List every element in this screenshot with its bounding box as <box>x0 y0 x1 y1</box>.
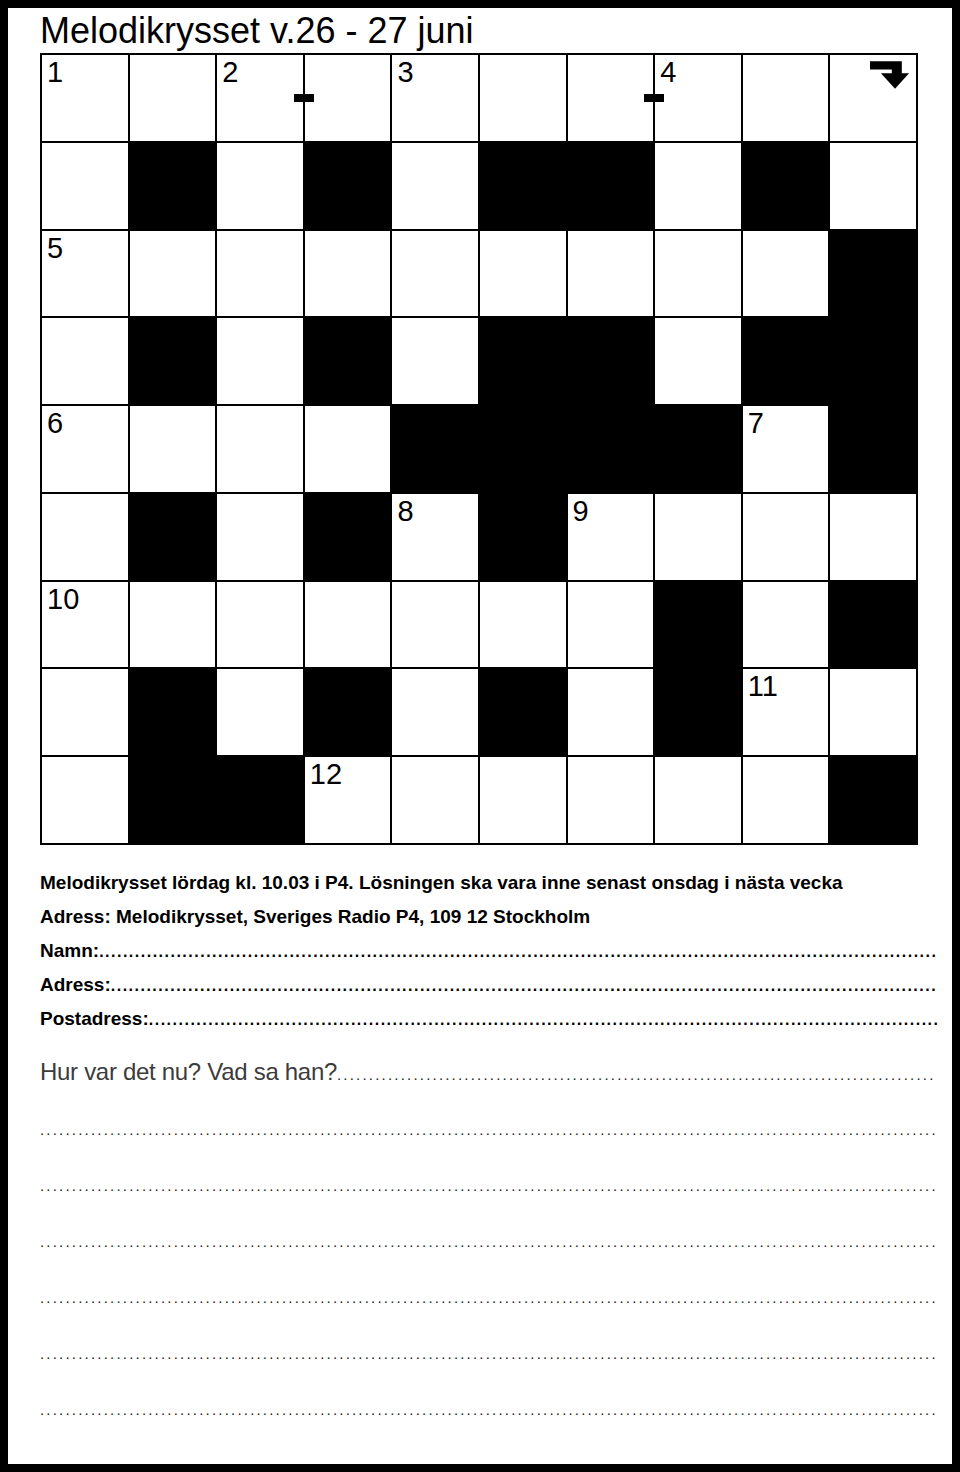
grid-cell[interactable]: 9 <box>568 494 654 580</box>
hyphen-mark <box>294 94 314 102</box>
grid-cell[interactable]: 1 <box>42 55 128 141</box>
grid-cell[interactable] <box>217 669 303 755</box>
grid-cell[interactable] <box>42 669 128 755</box>
info-line-broadcast: Melodikrysset lördag kl. 10.03 i P4. Lös… <box>40 866 938 900</box>
clue-number: 9 <box>573 494 589 528</box>
grid-cell[interactable] <box>392 757 478 843</box>
answer-area[interactable]: ........................................… <box>40 1120 936 1456</box>
black-cell <box>305 318 391 404</box>
grid-cell[interactable] <box>42 143 128 229</box>
corner-down-arrow-icon <box>870 60 910 90</box>
clue-number: 2 <box>222 55 238 89</box>
grid-cell[interactable] <box>392 582 478 668</box>
answer-line[interactable]: ........................................… <box>40 1400 936 1420</box>
page: Melodikrysset v.26 - 27 juni 12345678910… <box>0 0 960 1472</box>
grid-cell[interactable] <box>655 231 741 317</box>
question-label: Hur var det nu? Vad sa han? <box>40 1054 337 1090</box>
grid-cell[interactable] <box>217 406 303 492</box>
black-cell <box>830 582 916 668</box>
black-cell <box>130 669 216 755</box>
black-cell <box>305 669 391 755</box>
grid-cell[interactable] <box>480 55 566 141</box>
black-cell <box>130 757 216 843</box>
grid-cell[interactable]: 3 <box>392 55 478 141</box>
grid-cell[interactable] <box>42 318 128 404</box>
black-cell <box>568 406 654 492</box>
black-cell <box>743 143 829 229</box>
grid-cell[interactable] <box>392 231 478 317</box>
black-cell <box>392 406 478 492</box>
grid-cell[interactable] <box>305 55 391 141</box>
grid-cell[interactable] <box>830 669 916 755</box>
grid-cell[interactable] <box>568 757 654 843</box>
grid-cell[interactable] <box>480 757 566 843</box>
answer-line[interactable]: ........................................… <box>40 1176 936 1196</box>
grid-cell[interactable] <box>743 582 829 668</box>
black-cell <box>305 143 391 229</box>
dotted-line: ........................................… <box>99 935 938 969</box>
grid-cell[interactable] <box>655 143 741 229</box>
black-cell <box>655 406 741 492</box>
grid-cell[interactable] <box>392 318 478 404</box>
black-cell <box>130 143 216 229</box>
grid-cell[interactable] <box>568 231 654 317</box>
answer-line[interactable]: ........................................… <box>40 1344 936 1364</box>
clue-number: 5 <box>47 231 63 265</box>
grid-cell[interactable]: 4 <box>655 55 741 141</box>
grid-cell[interactable] <box>42 757 128 843</box>
clue-number: 11 <box>748 669 778 703</box>
grid-cell[interactable] <box>655 318 741 404</box>
grid-cell[interactable]: 12 <box>305 757 391 843</box>
clue-number: 8 <box>397 494 413 528</box>
footer-info: Melodikrysset lördag kl. 10.03 i P4. Lös… <box>40 866 938 1036</box>
grid-cell[interactable]: 5 <box>42 231 128 317</box>
grid-cell[interactable] <box>568 582 654 668</box>
grid-cell[interactable] <box>830 143 916 229</box>
dotted-line: ........................................… <box>149 1003 938 1037</box>
grid-cell[interactable] <box>42 494 128 580</box>
address-label: Adress: <box>40 968 111 1002</box>
dotted-line: ........................................… <box>111 969 938 1003</box>
black-cell <box>217 757 303 843</box>
name-label: Namn: <box>40 934 99 968</box>
clue-number: 3 <box>397 55 413 89</box>
name-field[interactable]: Namn:...................................… <box>40 934 938 968</box>
black-cell <box>655 582 741 668</box>
black-cell <box>568 318 654 404</box>
hyphen-mark <box>644 94 664 102</box>
grid-cell[interactable] <box>217 143 303 229</box>
grid-cell[interactable] <box>305 406 391 492</box>
black-cell <box>305 494 391 580</box>
grid-cell[interactable] <box>217 318 303 404</box>
dotted-line: ........................................… <box>337 1066 936 1083</box>
black-cell <box>655 669 741 755</box>
grid-cell[interactable] <box>743 757 829 843</box>
clue-number: 4 <box>660 55 676 89</box>
postal-address-label: Postadress: <box>40 1002 149 1036</box>
black-cell <box>830 757 916 843</box>
answer-line[interactable]: ........................................… <box>40 1120 936 1140</box>
black-cell <box>480 143 566 229</box>
black-cell <box>480 406 566 492</box>
grid-cell[interactable] <box>392 669 478 755</box>
black-cell <box>830 231 916 317</box>
clue-number: 1 <box>47 55 63 89</box>
address-field[interactable]: Adress:.................................… <box>40 968 938 1002</box>
grid-cell[interactable] <box>217 582 303 668</box>
black-cell <box>743 318 829 404</box>
grid-cell[interactable] <box>305 582 391 668</box>
grid-cell[interactable] <box>568 669 654 755</box>
grid-cell[interactable] <box>568 55 654 141</box>
grid-cell[interactable] <box>743 55 829 141</box>
grid-cell[interactable] <box>130 406 216 492</box>
page-title: Melodikrysset v.26 - 27 juni <box>40 8 474 54</box>
grid-cell[interactable]: 7 <box>743 406 829 492</box>
grid-cell[interactable] <box>217 231 303 317</box>
clue-number: 6 <box>47 406 63 440</box>
grid-cell[interactable]: 2 <box>217 55 303 141</box>
clue-number: 7 <box>748 406 764 440</box>
grid-cell[interactable]: 11 <box>743 669 829 755</box>
grid-cell[interactable] <box>130 231 216 317</box>
grid-cell[interactable] <box>130 55 216 141</box>
info-line-address: Adress: Melodikrysset, Sveriges Radio P4… <box>40 900 938 934</box>
answer-line[interactable]: ........................................… <box>40 1232 936 1252</box>
grid-cell[interactable] <box>743 231 829 317</box>
black-cell <box>480 494 566 580</box>
answer-line[interactable]: ........................................… <box>40 1288 936 1308</box>
grid-cell[interactable] <box>305 231 391 317</box>
grid-cell[interactable] <box>130 582 216 668</box>
grid-cell[interactable]: 10 <box>42 582 128 668</box>
black-cell <box>830 318 916 404</box>
grid-cell[interactable]: 8 <box>392 494 478 580</box>
grid-cell[interactable]: 6 <box>42 406 128 492</box>
grid-cell[interactable] <box>655 757 741 843</box>
grid-cell[interactable] <box>655 494 741 580</box>
grid-cell[interactable] <box>480 231 566 317</box>
clue-number: 10 <box>47 582 79 616</box>
grid-cell[interactable] <box>217 494 303 580</box>
black-cell <box>830 406 916 492</box>
grid-cell[interactable] <box>743 494 829 580</box>
crossword-grid: 123456789101112 <box>40 53 918 845</box>
grid-cell[interactable] <box>830 55 916 141</box>
clue-number: 12 <box>310 757 342 791</box>
black-cell <box>480 669 566 755</box>
postal-address-field[interactable]: Postadress:.............................… <box>40 1002 938 1036</box>
grid-cell[interactable] <box>830 494 916 580</box>
grid-cell[interactable] <box>392 143 478 229</box>
question-field[interactable]: Hur var det nu? Vad sa han?.............… <box>40 1054 936 1090</box>
black-cell <box>130 494 216 580</box>
black-cell <box>568 143 654 229</box>
black-cell <box>480 318 566 404</box>
grid-cell[interactable] <box>480 582 566 668</box>
black-cell <box>130 318 216 404</box>
